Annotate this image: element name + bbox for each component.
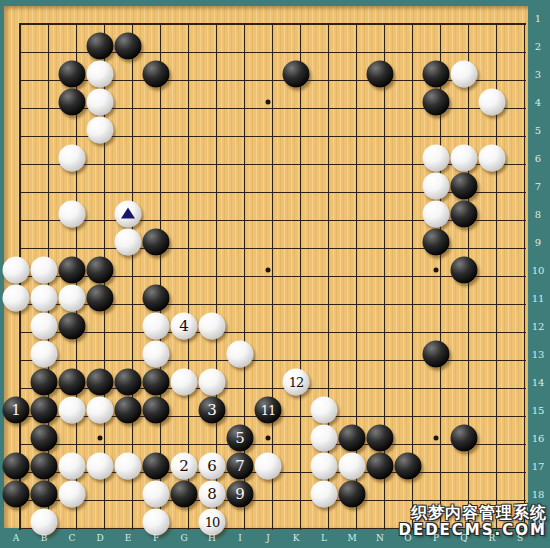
stone-move-number: 11 (261, 404, 276, 417)
row-label: 6 (535, 153, 541, 164)
stone-black (3, 453, 30, 480)
stone-black (171, 481, 198, 508)
stone-black (367, 425, 394, 452)
column-label: N (376, 533, 384, 543)
column-label: G (180, 533, 187, 543)
stone-black (283, 61, 310, 88)
stone-move-number: 1 (11, 403, 21, 418)
column-label: P (433, 533, 439, 543)
stone-white (87, 61, 114, 88)
column-label: A (13, 533, 20, 543)
stone-black (87, 257, 114, 284)
stone-black (423, 341, 450, 368)
stone-white (199, 313, 226, 340)
column-label: S (517, 533, 523, 543)
stone-white (59, 201, 86, 228)
stone-black (367, 61, 394, 88)
stone-white (87, 453, 114, 480)
stone-white (171, 369, 198, 396)
star-point (98, 436, 103, 441)
row-label: 12 (532, 321, 545, 332)
stone-white (227, 341, 254, 368)
stone-black (31, 397, 58, 424)
go-diagram: 412131152678910 织梦内容管理系统 DEDECMS.COM ABC… (0, 0, 550, 548)
watermark-cn: 织梦内容管理系统 (398, 505, 547, 521)
row-label: 7 (535, 181, 541, 192)
stone-black (115, 397, 142, 424)
stone-white: 8 (199, 481, 226, 508)
column-label: L (321, 533, 327, 543)
stone-white (59, 285, 86, 312)
row-label: 10 (532, 265, 545, 276)
stone-white (3, 285, 30, 312)
stone-white: 10 (199, 509, 226, 536)
stone-white (59, 145, 86, 172)
row-label: 16 (532, 433, 545, 444)
row-label: 5 (535, 125, 541, 136)
stone-white (31, 313, 58, 340)
star-point (266, 268, 271, 273)
stone-black (31, 425, 58, 452)
watermark-domain: DEDECMS.COM (398, 523, 547, 538)
stone-white (479, 145, 506, 172)
stone-move-number: 7 (235, 459, 245, 474)
row-label: 17 (532, 461, 545, 472)
stone-white (255, 453, 282, 480)
stone-move-number: 4 (179, 319, 189, 334)
stone-black (451, 173, 478, 200)
stone-black (59, 61, 86, 88)
column-label: K (293, 533, 300, 543)
stone-move-number: 9 (235, 487, 245, 502)
stone-move-number: 2 (179, 459, 189, 474)
stone-white (451, 145, 478, 172)
row-label: 11 (532, 293, 545, 304)
stone-move-number: 10 (205, 516, 220, 529)
stone-move-number: 6 (207, 459, 217, 474)
stone-white (31, 285, 58, 312)
stone-black (423, 229, 450, 256)
stone-white (87, 89, 114, 116)
stone-black (143, 369, 170, 396)
stone-white: 4 (171, 313, 198, 340)
column-label: R (489, 533, 496, 543)
stone-white (339, 453, 366, 480)
stone-white (115, 453, 142, 480)
stone-white: 6 (199, 453, 226, 480)
stone-white (143, 341, 170, 368)
stone-black (143, 453, 170, 480)
stone-move-number: 12 (289, 376, 304, 389)
stone-white (311, 397, 338, 424)
stone-black (31, 453, 58, 480)
stone-white (59, 453, 86, 480)
star-point (266, 100, 271, 105)
stone-black (87, 33, 114, 60)
stone-black (451, 201, 478, 228)
column-label: B (41, 533, 48, 543)
stone-move-number: 8 (207, 487, 217, 502)
stone-white (3, 257, 30, 284)
stone-white (59, 481, 86, 508)
stone-white (311, 425, 338, 452)
stone-white (31, 509, 58, 536)
stone-white (31, 257, 58, 284)
stone-black (143, 61, 170, 88)
stone-white (87, 117, 114, 144)
row-label: 4 (535, 97, 541, 108)
stone-white (59, 397, 86, 424)
stone-black (115, 33, 142, 60)
stone-black (143, 397, 170, 424)
stone-black: 7 (227, 453, 254, 480)
column-label: I (238, 533, 242, 543)
row-label: 15 (532, 405, 545, 416)
stone-black: 11 (255, 397, 282, 424)
stone-black (143, 229, 170, 256)
stone-white (199, 369, 226, 396)
stone-black (59, 257, 86, 284)
stone-black (59, 313, 86, 340)
stone-white: 2 (171, 453, 198, 480)
row-label: 14 (532, 377, 545, 388)
stone-white (311, 481, 338, 508)
row-label: 2 (535, 41, 541, 52)
row-label: 9 (535, 237, 541, 248)
stone-black (367, 453, 394, 480)
watermark: 织梦内容管理系统 DEDECMS.COM (398, 505, 547, 538)
row-label: 19 (532, 517, 545, 528)
column-label: C (69, 533, 76, 543)
column-label: D (96, 533, 103, 543)
stone-move-number: 3 (207, 403, 217, 418)
stone-white (423, 201, 450, 228)
stone-black (451, 257, 478, 284)
stone-black (143, 285, 170, 312)
stone-black (59, 89, 86, 116)
stone-white (423, 173, 450, 200)
column-label: M (347, 533, 356, 543)
stone-black (3, 481, 30, 508)
stone-black (423, 89, 450, 116)
row-label: 13 (532, 349, 545, 360)
stone-black (339, 481, 366, 508)
stone-black (423, 61, 450, 88)
stone-black: 1 (3, 397, 30, 424)
stone-black (115, 369, 142, 396)
row-label: 1 (535, 13, 541, 24)
row-label: 18 (532, 489, 545, 500)
stone-white (423, 145, 450, 172)
stone-white: 12 (283, 369, 310, 396)
triangle-marker (121, 208, 135, 219)
star-point (434, 268, 439, 273)
stone-black (87, 369, 114, 396)
stone-white (311, 453, 338, 480)
stone-black: 9 (227, 481, 254, 508)
stone-black (451, 425, 478, 452)
stone-move-number: 5 (235, 431, 245, 446)
column-label: H (208, 533, 216, 543)
stone-black (87, 285, 114, 312)
column-label: E (125, 533, 132, 543)
row-label: 8 (535, 209, 541, 220)
stone-white (143, 313, 170, 340)
stone-white (143, 509, 170, 536)
column-label: Q (460, 533, 467, 543)
stone-black (31, 369, 58, 396)
column-label: J (266, 533, 270, 543)
column-label: O (404, 533, 411, 543)
stone-white (87, 397, 114, 424)
stone-white (31, 341, 58, 368)
stone-black: 3 (199, 397, 226, 424)
row-label: 3 (535, 69, 541, 80)
star-point (266, 436, 271, 441)
stone-black: 5 (227, 425, 254, 452)
stone-white (451, 61, 478, 88)
stone-white (143, 481, 170, 508)
stone-black (59, 369, 86, 396)
stone-black (31, 481, 58, 508)
stone-white (479, 89, 506, 116)
stone-black (339, 425, 366, 452)
column-label: F (153, 533, 159, 543)
stone-black (395, 453, 422, 480)
star-point (434, 436, 439, 441)
stone-white (115, 229, 142, 256)
